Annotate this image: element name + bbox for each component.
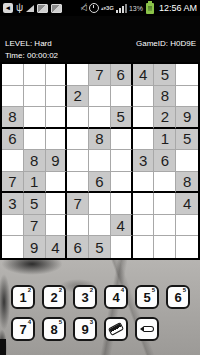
- cell-r7c3[interactable]: [46, 193, 68, 215]
- cell-r4c4[interactable]: [67, 129, 89, 151]
- cell-r2c7[interactable]: [133, 86, 155, 108]
- cell-r6c4[interactable]: [67, 172, 89, 194]
- cell-r5c8[interactable]: 6: [154, 150, 176, 172]
- eraser-icon: [108, 322, 124, 336]
- cell-r7c5[interactable]: [89, 193, 111, 215]
- cell-r8c7[interactable]: [133, 215, 155, 237]
- cell-r1c7[interactable]: 4: [133, 64, 155, 86]
- cell-r2c6[interactable]: [111, 86, 133, 108]
- cell-r8c4[interactable]: [67, 215, 89, 237]
- cell-r5c3[interactable]: 9: [46, 150, 68, 172]
- cell-r3c6[interactable]: 5: [111, 107, 133, 129]
- cell-r8c8[interactable]: [154, 215, 176, 237]
- key-8[interactable]: 85: [42, 317, 66, 341]
- key-6[interactable]: 65: [166, 285, 190, 309]
- cell-r3c3[interactable]: [46, 107, 68, 129]
- cell-r2c8[interactable]: 8: [154, 86, 176, 108]
- cell-r8c9[interactable]: [176, 215, 198, 237]
- cell-r4c8[interactable]: 1: [154, 129, 176, 151]
- cell-r1c3[interactable]: [46, 64, 68, 86]
- cell-r8c5[interactable]: [89, 215, 111, 237]
- signal-triangle-icon: [26, 5, 34, 12]
- cell-r8c3[interactable]: [46, 215, 68, 237]
- cell-r5c5[interactable]: [89, 150, 111, 172]
- key-3[interactable]: 32: [73, 285, 97, 309]
- cell-r3c4[interactable]: [67, 107, 89, 129]
- cell-r3c2[interactable]: [24, 107, 46, 129]
- cell-r3c5[interactable]: [89, 107, 111, 129]
- cell-r5c9[interactable]: [176, 150, 198, 172]
- cell-r4c9[interactable]: 5: [176, 129, 198, 151]
- cell-r2c5[interactable]: [89, 86, 111, 108]
- mute-icon: ◁̸: [81, 3, 87, 13]
- cell-r5c4[interactable]: [67, 150, 89, 172]
- key-2[interactable]: 22: [42, 285, 66, 309]
- cell-r5c1[interactable]: [2, 150, 24, 172]
- cell-r3c8[interactable]: 2: [154, 107, 176, 129]
- cell-r8c1[interactable]: [2, 215, 24, 237]
- key-1[interactable]: 12: [11, 285, 35, 309]
- alarm-icon: [89, 3, 99, 13]
- cell-r7c6[interactable]: [111, 193, 133, 215]
- back-notification-icon: ◂: [3, 3, 13, 13]
- cell-r6c3[interactable]: [46, 172, 68, 194]
- cell-r4c6[interactable]: [111, 129, 133, 151]
- sudoku-board: 76452885296815893671683574749465: [0, 62, 200, 260]
- cell-r1c5[interactable]: 7: [89, 64, 111, 86]
- cell-r9c5[interactable]: 5: [89, 236, 111, 258]
- cell-r9c9[interactable]: [176, 236, 198, 258]
- cell-r5c6[interactable]: [111, 150, 133, 172]
- cell-r7c8[interactable]: [154, 193, 176, 215]
- cell-r7c2[interactable]: 5: [24, 193, 46, 215]
- cell-r2c4[interactable]: 2: [67, 86, 89, 108]
- usb-icon: ψ: [16, 3, 23, 13]
- cell-r9c2[interactable]: 9: [24, 236, 46, 258]
- status-clock: 12:56 AM: [159, 3, 197, 13]
- status-bar-right: ◁̸ ▴▾3G 13% 12:56 AM: [81, 3, 197, 14]
- cell-r4c5[interactable]: 8: [89, 129, 111, 151]
- cell-r5c2[interactable]: 8: [24, 150, 46, 172]
- cell-r3c1[interactable]: 8: [2, 107, 24, 129]
- cell-r4c3[interactable]: [46, 129, 68, 151]
- 3g-label: 3G: [106, 5, 114, 11]
- cell-r9c1[interactable]: [2, 236, 24, 258]
- cell-r7c7[interactable]: [133, 193, 155, 215]
- cell-r2c9[interactable]: [176, 86, 198, 108]
- cell-r6c7[interactable]: [133, 172, 155, 194]
- status-bar: ◂ ψ ◁̸ ▴▾3G 13% 12:56 AM: [0, 0, 200, 16]
- pen-icon: [140, 326, 154, 332]
- cell-r2c3[interactable]: [46, 86, 68, 108]
- texture-dark-corner: [0, 339, 6, 355]
- gallery-icon: [37, 4, 48, 13]
- cell-r7c1[interactable]: 3: [2, 193, 24, 215]
- keypad-area: 122232445565 748593: [0, 260, 200, 355]
- cell-r1c9[interactable]: [176, 64, 198, 86]
- cell-r6c1[interactable]: 7: [2, 172, 24, 194]
- keypad-row-1: 122232445565: [0, 285, 200, 309]
- key-7[interactable]: 74: [11, 317, 35, 341]
- cell-r4c7[interactable]: [133, 129, 155, 151]
- cell-r6c6[interactable]: [111, 172, 133, 194]
- screenshot-icon: [51, 4, 62, 13]
- battery-percent: 13%: [129, 5, 143, 12]
- cell-r9c8[interactable]: [154, 236, 176, 258]
- cell-r1c2[interactable]: [24, 64, 46, 86]
- cell-r9c7[interactable]: [133, 236, 155, 258]
- cell-r4c1[interactable]: 6: [2, 129, 24, 151]
- key-4[interactable]: 44: [104, 285, 128, 309]
- cell-r5c7[interactable]: 3: [133, 150, 155, 172]
- battery-icon: [146, 3, 154, 14]
- cell-r4c2[interactable]: [24, 129, 46, 151]
- cell-r1c8[interactable]: 5: [154, 64, 176, 86]
- eraser-button[interactable]: [104, 317, 128, 341]
- cell-r7c4[interactable]: 7: [67, 193, 89, 215]
- cell-r6c8[interactable]: [154, 172, 176, 194]
- cell-r1c6[interactable]: 6: [111, 64, 133, 86]
- cell-r2c2[interactable]: [24, 86, 46, 108]
- sudoku-app-screen: ◂ ψ ◁̸ ▴▾3G 13% 12:56 AM LEVEL: Hard Gam…: [0, 0, 200, 355]
- cell-r9c4[interactable]: 6: [67, 236, 89, 258]
- key-5[interactable]: 55: [135, 285, 159, 309]
- cell-r9c3[interactable]: 4: [46, 236, 68, 258]
- game-id-label: GameID: H0D9E: [136, 39, 196, 48]
- key-9[interactable]: 93: [73, 317, 97, 341]
- cell-r1c4[interactable]: [67, 64, 89, 86]
- cell-r8c2[interactable]: 7: [24, 215, 46, 237]
- cell-r6c5[interactable]: 6: [89, 172, 111, 194]
- cell-r6c9[interactable]: 8: [176, 172, 198, 194]
- keypad-row-2: 748593: [0, 317, 200, 341]
- level-label: LEVEL: Hard: [5, 39, 52, 48]
- game-header: LEVEL: Hard GameID: H0D9E Time: 00:00:02: [0, 16, 200, 62]
- cell-r8c6[interactable]: 4: [111, 215, 133, 237]
- cell-r9c6[interactable]: [111, 236, 133, 258]
- cell-r3c9[interactable]: 9: [176, 107, 198, 129]
- cell-r6c2[interactable]: 1: [24, 172, 46, 194]
- cell-r3c7[interactable]: [133, 107, 155, 129]
- cell-r1c1[interactable]: [2, 64, 24, 86]
- 3g-icon: ▴▾3G: [101, 5, 114, 11]
- pen-button[interactable]: [135, 317, 159, 341]
- elapsed-time-label: Time: 00:00:02: [5, 51, 58, 60]
- cell-r2c1[interactable]: [2, 86, 24, 108]
- signal-bars-icon: [116, 3, 127, 13]
- cell-r7c9[interactable]: 4: [176, 193, 198, 215]
